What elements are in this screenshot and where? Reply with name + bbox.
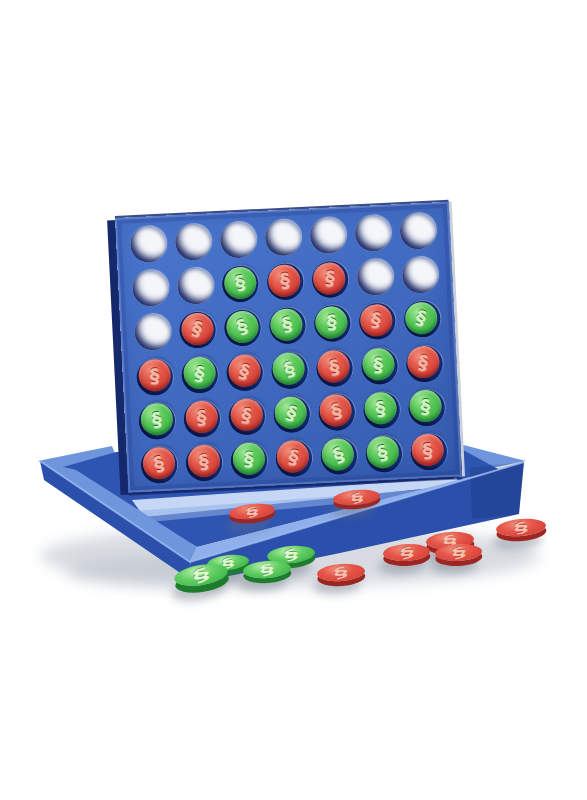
disc-emboss-icon: § xyxy=(287,447,300,467)
cell-r4c2: § xyxy=(177,351,224,397)
red-disc[interactable]: § xyxy=(187,445,221,479)
empty-hole xyxy=(354,215,392,253)
hole: § xyxy=(183,400,221,438)
green-disc[interactable]: § xyxy=(364,392,398,426)
cell-r4c4: § xyxy=(266,347,313,393)
green-disc[interactable]: § xyxy=(321,438,355,472)
empty-hole xyxy=(177,268,215,306)
cell-r3c5: § xyxy=(309,301,356,347)
disc-emboss-icon: § xyxy=(233,272,247,293)
red-disc[interactable]: § xyxy=(230,398,264,432)
disc-face: § xyxy=(228,501,275,521)
loose-disc-red[interactable]: § xyxy=(435,544,482,561)
red-disc[interactable]: § xyxy=(277,440,311,474)
cell-r2c2 xyxy=(172,263,219,309)
cell-r2c1 xyxy=(127,265,174,311)
hole: § xyxy=(275,440,313,478)
hole: § xyxy=(363,391,401,429)
disc-emboss-icon: § xyxy=(332,563,349,580)
disc-emboss-icon: § xyxy=(244,503,259,518)
product-photo-connect-four: §§§§§§§§§§§§§§§§§§§§§§§§§§§§§§ §§§§§§§§§… xyxy=(0,0,587,800)
disc-emboss-icon: § xyxy=(328,356,341,376)
disc-emboss-icon: § xyxy=(324,269,335,289)
cell-r5c2: § xyxy=(179,396,226,442)
disc-emboss-icon: § xyxy=(348,489,363,504)
disc-emboss-icon: § xyxy=(237,360,251,381)
hole: § xyxy=(313,305,351,343)
board-grid: §§§§§§§§§§§§§§§§§§§§§§§§§§§§§§ xyxy=(115,202,462,493)
red-disc[interactable]: § xyxy=(268,264,302,298)
empty-hole xyxy=(356,259,394,297)
disc-emboss-icon: § xyxy=(417,352,429,372)
disc-emboss-icon: § xyxy=(422,440,433,460)
cell-r1c4 xyxy=(260,215,307,261)
green-disc[interactable]: § xyxy=(274,396,308,430)
disc-emboss-icon: § xyxy=(198,451,210,471)
cell-r1c1 xyxy=(125,221,172,267)
disc-emboss-icon: § xyxy=(421,397,431,416)
disc-emboss-icon: § xyxy=(375,398,387,418)
cell-r6c1: § xyxy=(136,442,183,488)
cell-r6c2: § xyxy=(181,440,228,486)
red-disc[interactable]: § xyxy=(360,303,394,337)
cell-r1c6 xyxy=(349,210,396,256)
cell-r4c3: § xyxy=(221,349,268,395)
loose-disc-red[interactable]: § xyxy=(317,564,365,581)
disc-emboss-icon: § xyxy=(326,313,336,332)
disc-emboss-icon: § xyxy=(414,308,428,329)
cell-r3c2: § xyxy=(174,307,221,353)
disc-emboss-icon: § xyxy=(398,544,415,561)
green-disc[interactable]: § xyxy=(140,403,174,437)
red-disc[interactable]: § xyxy=(181,312,215,346)
disc-emboss-icon: § xyxy=(330,444,346,465)
hole: § xyxy=(360,347,398,385)
disc-emboss-icon: § xyxy=(329,400,344,421)
green-disc[interactable]: § xyxy=(409,390,443,424)
loose-disc-red[interactable]: § xyxy=(383,544,430,561)
red-disc[interactable]: § xyxy=(317,350,351,384)
green-disc[interactable]: § xyxy=(232,442,266,476)
hole: § xyxy=(181,356,219,394)
cell-r1c3 xyxy=(215,217,262,263)
disc-emboss-icon: § xyxy=(450,544,467,561)
cell-r1c7 xyxy=(394,208,441,254)
empty-hole xyxy=(175,223,213,261)
hole: § xyxy=(230,442,268,480)
cell-r4c5: § xyxy=(311,345,358,391)
disc-emboss-icon: § xyxy=(194,363,206,383)
green-disc[interactable]: § xyxy=(270,308,304,342)
empty-hole xyxy=(130,226,168,264)
disc-emboss-icon: § xyxy=(371,310,382,330)
green-disc[interactable]: § xyxy=(315,306,349,340)
empty-hole xyxy=(264,219,302,257)
empty-hole xyxy=(309,217,347,255)
cell-r3c6: § xyxy=(354,299,401,345)
cell-r3c3: § xyxy=(219,305,266,351)
hole: § xyxy=(269,307,307,345)
cell-r2c3: § xyxy=(217,261,264,307)
hole: § xyxy=(318,393,356,431)
red-disc[interactable]: § xyxy=(407,345,441,379)
green-disc[interactable]: § xyxy=(272,352,306,386)
connect-four-board: §§§§§§§§§§§§§§§§§§§§§§§§§§§§§§ xyxy=(115,202,462,493)
empty-hole xyxy=(401,257,439,295)
hole: § xyxy=(179,312,217,350)
cell-r6c5: § xyxy=(315,433,362,479)
red-disc[interactable]: § xyxy=(142,447,176,481)
green-disc[interactable]: § xyxy=(223,266,257,300)
disc-emboss-icon: § xyxy=(258,560,275,577)
disc-emboss-icon: § xyxy=(234,316,250,337)
disc-emboss-icon: § xyxy=(197,408,207,427)
hole: § xyxy=(228,398,266,436)
disc-emboss-icon: § xyxy=(191,565,212,586)
red-disc[interactable]: § xyxy=(138,359,172,393)
disc-emboss-icon: § xyxy=(284,402,299,423)
red-disc[interactable]: § xyxy=(185,400,219,434)
hole: § xyxy=(139,402,177,440)
green-disc[interactable]: § xyxy=(362,348,396,382)
cell-r3c4: § xyxy=(264,303,311,349)
green-disc[interactable]: § xyxy=(405,301,439,335)
hole: § xyxy=(271,351,309,389)
green-disc[interactable]: § xyxy=(225,310,259,344)
disc-face: § xyxy=(173,561,229,589)
hole: § xyxy=(410,433,448,471)
disc-emboss-icon: § xyxy=(150,366,160,385)
hole: § xyxy=(316,349,354,387)
disc-emboss-icon: § xyxy=(512,518,529,535)
cell-r6c3: § xyxy=(226,437,273,483)
disc-face: § xyxy=(382,542,430,561)
cell-r2c4: § xyxy=(262,259,309,305)
disc-face: § xyxy=(434,542,482,561)
green-disc[interactable]: § xyxy=(366,436,400,470)
hole: § xyxy=(365,435,403,473)
loose-disc-green[interactable]: § xyxy=(243,561,291,578)
cell-r6c6: § xyxy=(360,431,407,477)
tray-disc-red[interactable]: § xyxy=(229,504,275,519)
red-disc[interactable]: § xyxy=(227,354,261,388)
disc-emboss-icon: § xyxy=(190,319,204,340)
tray-disc-red[interactable]: § xyxy=(333,490,380,505)
cell-r5c4: § xyxy=(268,391,315,437)
cell-r5c3: § xyxy=(224,393,271,439)
empty-hole xyxy=(399,212,437,250)
loose-disc-red[interactable]: § xyxy=(496,519,546,536)
disc-emboss-icon: § xyxy=(243,449,253,468)
cell-r2c5: § xyxy=(307,257,354,303)
cell-r1c5 xyxy=(304,213,351,259)
red-disc[interactable]: § xyxy=(313,262,347,296)
disc-face: § xyxy=(495,516,546,537)
red-disc[interactable]: § xyxy=(319,394,353,428)
cell-r6c4: § xyxy=(270,435,317,481)
cell-r3c7: § xyxy=(398,296,445,342)
disc-emboss-icon: § xyxy=(374,355,384,374)
hole: § xyxy=(403,301,441,339)
hole: § xyxy=(358,303,396,341)
cell-r5c6: § xyxy=(358,387,405,433)
hole: § xyxy=(224,309,262,347)
disc-face: § xyxy=(316,562,365,582)
cell-r4c7: § xyxy=(401,341,448,387)
hole: § xyxy=(405,345,443,383)
hole: § xyxy=(226,354,264,392)
disc-emboss-icon: § xyxy=(279,271,290,291)
loose-disc-green[interactable]: § xyxy=(174,565,228,585)
hole: § xyxy=(407,389,445,427)
disc-face: § xyxy=(242,559,291,579)
hole: § xyxy=(222,265,260,303)
cell-r5c1: § xyxy=(134,398,181,444)
hole: § xyxy=(185,444,223,482)
cell-r5c7: § xyxy=(403,385,450,431)
disc-emboss-icon: § xyxy=(280,314,293,335)
green-disc[interactable]: § xyxy=(183,356,217,390)
disc-emboss-icon: § xyxy=(151,409,163,429)
red-disc[interactable]: § xyxy=(411,434,445,468)
hole: § xyxy=(311,261,349,299)
cell-r4c1: § xyxy=(132,354,179,400)
cell-r2c7 xyxy=(396,252,443,298)
cell-r3c1 xyxy=(130,310,177,356)
empty-hole xyxy=(132,270,170,308)
cell-r6c7: § xyxy=(405,429,452,475)
cell-r1c2 xyxy=(170,219,217,265)
disc-emboss-icon: § xyxy=(240,405,252,425)
hole: § xyxy=(136,358,174,396)
cell-r5c5: § xyxy=(313,389,360,435)
empty-hole xyxy=(134,314,172,352)
disc-emboss-icon: § xyxy=(152,453,166,474)
disc-emboss-icon: § xyxy=(376,442,390,463)
disc-face: § xyxy=(332,487,380,506)
hole: § xyxy=(266,263,304,301)
cell-r4c6: § xyxy=(356,343,403,389)
disc-emboss-icon: § xyxy=(281,358,296,379)
hole: § xyxy=(141,446,179,484)
hole: § xyxy=(273,395,311,433)
cell-r2c6 xyxy=(351,254,398,300)
empty-hole xyxy=(219,221,257,259)
hole: § xyxy=(320,437,358,475)
